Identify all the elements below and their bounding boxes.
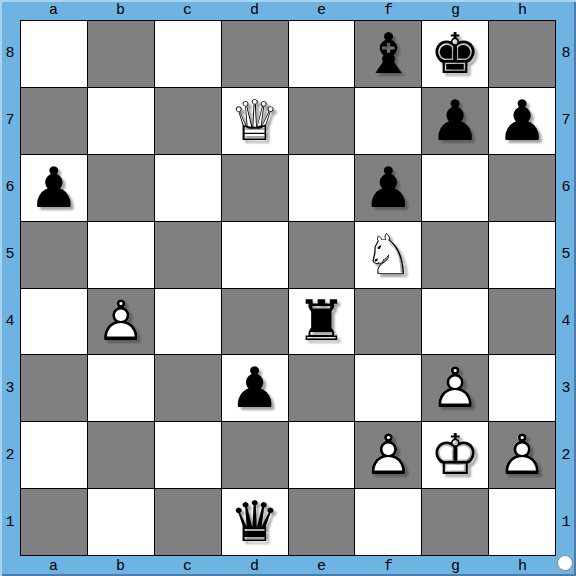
square-e4[interactable]: ♜ (289, 289, 355, 355)
piece-black-rook[interactable]: ♜ (289, 289, 355, 355)
rank-label-8: 8 (0, 20, 20, 87)
square-e7[interactable] (289, 88, 355, 154)
square-b2[interactable] (88, 422, 154, 488)
piece-white-queen[interactable]: ♛♕ (222, 88, 288, 154)
white-king-outline-glyph: ♔ (422, 422, 488, 488)
file-label-e: e (288, 556, 355, 576)
square-a3[interactable] (21, 355, 87, 421)
square-c7[interactable] (155, 88, 221, 154)
piece-white-knight[interactable]: ♞♘ (355, 222, 421, 288)
square-a5[interactable] (21, 222, 87, 288)
square-f2[interactable]: ♟♙ (355, 422, 421, 488)
rank-label-7: 7 (556, 87, 576, 154)
rank-label-5: 5 (556, 221, 576, 288)
file-label-b: b (87, 556, 154, 576)
square-g6[interactable] (422, 155, 488, 221)
square-f1[interactable] (355, 489, 421, 555)
file-label-c: c (154, 0, 221, 20)
square-d4[interactable] (222, 289, 288, 355)
rank-label-5: 5 (0, 221, 20, 288)
rank-labels-right: 87654321 (556, 20, 576, 556)
white-pawn-outline-glyph: ♙ (422, 355, 488, 421)
piece-black-pawn[interactable]: ♟ (489, 88, 555, 154)
rank-label-2: 2 (0, 422, 20, 489)
square-b5[interactable] (88, 222, 154, 288)
black-rook-fill-glyph: ♜ (289, 289, 355, 355)
square-a6[interactable]: ♟ (21, 155, 87, 221)
rank-label-3: 3 (556, 355, 576, 422)
white-to-move-indicator-icon (557, 555, 573, 571)
square-c3[interactable] (155, 355, 221, 421)
piece-black-bishop[interactable]: ♝ (355, 21, 421, 87)
file-label-d: d (221, 0, 288, 20)
square-e5[interactable] (289, 222, 355, 288)
file-labels-bottom: abcdefgh (20, 556, 556, 576)
rank-label-3: 3 (0, 355, 20, 422)
square-d2[interactable] (222, 422, 288, 488)
square-g4[interactable] (422, 289, 488, 355)
piece-black-pawn[interactable]: ♟ (222, 355, 288, 421)
square-d3[interactable]: ♟ (222, 355, 288, 421)
file-label-d: d (221, 556, 288, 576)
white-pawn-outline-glyph: ♙ (88, 289, 154, 355)
rank-label-6: 6 (0, 154, 20, 221)
square-f7[interactable] (355, 88, 421, 154)
square-h2[interactable]: ♟♙ (489, 422, 555, 488)
board-frame: abcdefgh abcdefgh 87654321 87654321 ♝♚♛♕… (0, 0, 576, 576)
piece-white-pawn[interactable]: ♟♙ (88, 289, 154, 355)
black-pawn-fill-glyph: ♟ (489, 88, 555, 154)
square-c5[interactable] (155, 222, 221, 288)
square-a7[interactable] (21, 88, 87, 154)
file-label-h: h (489, 556, 556, 576)
square-b4[interactable]: ♟♙ (88, 289, 154, 355)
square-e2[interactable] (289, 422, 355, 488)
piece-black-king[interactable]: ♚ (422, 21, 488, 87)
black-pawn-fill-glyph: ♟ (21, 155, 87, 221)
square-a4[interactable] (21, 289, 87, 355)
piece-white-pawn[interactable]: ♟♙ (489, 422, 555, 488)
square-a2[interactable] (21, 422, 87, 488)
square-g2[interactable]: ♚♔ (422, 422, 488, 488)
square-f5[interactable]: ♞♘ (355, 222, 421, 288)
file-label-g: g (422, 0, 489, 20)
square-g1[interactable] (422, 489, 488, 555)
square-d7[interactable]: ♛♕ (222, 88, 288, 154)
square-h7[interactable]: ♟ (489, 88, 555, 154)
file-label-g: g (422, 556, 489, 576)
square-h8[interactable] (489, 21, 555, 87)
square-h3[interactable] (489, 355, 555, 421)
rank-label-2: 2 (556, 422, 576, 489)
square-c4[interactable] (155, 289, 221, 355)
file-label-h: h (489, 0, 556, 20)
square-c1[interactable] (155, 489, 221, 555)
square-h6[interactable] (489, 155, 555, 221)
square-h5[interactable] (489, 222, 555, 288)
square-e8[interactable] (289, 21, 355, 87)
square-c2[interactable] (155, 422, 221, 488)
piece-black-queen[interactable]: ♛ (222, 489, 288, 555)
square-d6[interactable] (222, 155, 288, 221)
piece-white-king[interactable]: ♚♔ (422, 422, 488, 488)
square-h4[interactable] (489, 289, 555, 355)
file-label-e: e (288, 0, 355, 20)
rank-labels-left: 87654321 (0, 20, 20, 556)
rank-label-1: 1 (0, 489, 20, 556)
white-pawn-outline-glyph: ♙ (355, 422, 421, 488)
square-g7[interactable]: ♟ (422, 88, 488, 154)
square-h1[interactable] (489, 489, 555, 555)
white-pawn-outline-glyph: ♙ (489, 422, 555, 488)
rank-label-8: 8 (556, 20, 576, 87)
square-b6[interactable] (88, 155, 154, 221)
rank-label-1: 1 (556, 489, 576, 556)
piece-black-pawn[interactable]: ♟ (422, 88, 488, 154)
file-label-b: b (87, 0, 154, 20)
black-pawn-fill-glyph: ♟ (222, 355, 288, 421)
square-g3[interactable]: ♟♙ (422, 355, 488, 421)
piece-white-pawn[interactable]: ♟♙ (422, 355, 488, 421)
piece-white-pawn[interactable]: ♟♙ (355, 422, 421, 488)
square-c6[interactable] (155, 155, 221, 221)
square-f8[interactable]: ♝ (355, 21, 421, 87)
square-b7[interactable] (88, 88, 154, 154)
piece-black-pawn[interactable]: ♟ (355, 155, 421, 221)
file-label-f: f (355, 556, 422, 576)
rank-label-6: 6 (556, 154, 576, 221)
rank-label-7: 7 (0, 87, 20, 154)
square-d8[interactable] (222, 21, 288, 87)
file-label-a: a (20, 0, 87, 20)
square-e6[interactable] (289, 155, 355, 221)
white-queen-outline-glyph: ♕ (222, 88, 288, 154)
black-king-fill-glyph: ♚ (422, 21, 488, 87)
chess-board[interactable]: ♝♚♛♕♟♟♟♟♞♘♟♙♜♟♟♙♟♙♚♔♟♙♛ (20, 20, 556, 556)
file-labels-top: abcdefgh (20, 0, 556, 20)
square-d5[interactable] (222, 222, 288, 288)
square-b8[interactable] (88, 21, 154, 87)
file-label-c: c (154, 556, 221, 576)
rank-label-4: 4 (556, 288, 576, 355)
square-e1[interactable] (289, 489, 355, 555)
square-c8[interactable] (155, 21, 221, 87)
square-e3[interactable] (289, 355, 355, 421)
square-b1[interactable] (88, 489, 154, 555)
square-f4[interactable] (355, 289, 421, 355)
square-b3[interactable] (88, 355, 154, 421)
square-a8[interactable] (21, 21, 87, 87)
file-label-f: f (355, 0, 422, 20)
file-label-a: a (20, 556, 87, 576)
square-a1[interactable] (21, 489, 87, 555)
square-f6[interactable]: ♟ (355, 155, 421, 221)
black-pawn-fill-glyph: ♟ (355, 155, 421, 221)
rank-label-4: 4 (0, 288, 20, 355)
black-pawn-fill-glyph: ♟ (422, 88, 488, 154)
black-bishop-fill-glyph: ♝ (355, 21, 421, 87)
square-g8[interactable]: ♚ (422, 21, 488, 87)
black-queen-fill-glyph: ♛ (222, 489, 288, 555)
square-f3[interactable] (355, 355, 421, 421)
square-d1[interactable]: ♛ (222, 489, 288, 555)
square-g5[interactable] (422, 222, 488, 288)
piece-black-pawn[interactable]: ♟ (21, 155, 87, 221)
white-knight-outline-glyph: ♘ (355, 222, 421, 288)
